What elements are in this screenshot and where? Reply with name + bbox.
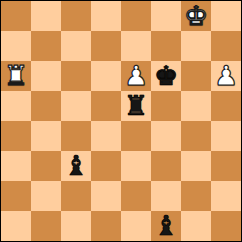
white-king-piece[interactable]: ♚	[184, 1, 208, 31]
square-d1[interactable]	[91, 211, 121, 241]
black-king-piece[interactable]: ♚	[154, 61, 178, 91]
square-h2[interactable]	[211, 181, 241, 211]
square-a7[interactable]	[1, 31, 31, 61]
square-h8[interactable]	[211, 1, 241, 31]
square-b1[interactable]	[31, 211, 61, 241]
chess-board: ♚♜♟♚♟♜♝♝	[0, 0, 242, 242]
square-b2[interactable]	[31, 181, 61, 211]
square-a3[interactable]	[1, 151, 31, 181]
square-c2[interactable]	[61, 181, 91, 211]
square-c6[interactable]	[61, 61, 91, 91]
square-h3[interactable]	[211, 151, 241, 181]
square-b8[interactable]	[31, 1, 61, 31]
square-c7[interactable]	[61, 31, 91, 61]
white-pawn-piece[interactable]: ♟	[214, 61, 238, 91]
square-b6[interactable]	[31, 61, 61, 91]
square-e7[interactable]	[121, 31, 151, 61]
square-d3[interactable]	[91, 151, 121, 181]
square-b5[interactable]	[31, 91, 61, 121]
square-f7[interactable]	[151, 31, 181, 61]
square-a6[interactable]: ♜	[1, 61, 31, 91]
square-b3[interactable]	[31, 151, 61, 181]
square-b7[interactable]	[31, 31, 61, 61]
square-c4[interactable]	[61, 121, 91, 151]
black-bishop-piece[interactable]: ♝	[154, 211, 178, 241]
square-e5[interactable]: ♜	[121, 91, 151, 121]
square-a2[interactable]	[1, 181, 31, 211]
square-f5[interactable]	[151, 91, 181, 121]
square-f8[interactable]	[151, 1, 181, 31]
square-f6[interactable]: ♚	[151, 61, 181, 91]
square-h6[interactable]: ♟	[211, 61, 241, 91]
square-e2[interactable]	[121, 181, 151, 211]
square-e8[interactable]	[121, 1, 151, 31]
square-a1[interactable]	[1, 211, 31, 241]
square-g1[interactable]	[181, 211, 211, 241]
square-a5[interactable]	[1, 91, 31, 121]
square-g4[interactable]	[181, 121, 211, 151]
white-rook-piece[interactable]: ♜	[4, 61, 28, 91]
square-h5[interactable]	[211, 91, 241, 121]
square-d5[interactable]	[91, 91, 121, 121]
square-h7[interactable]	[211, 31, 241, 61]
square-g8[interactable]: ♚	[181, 1, 211, 31]
square-f1[interactable]: ♝	[151, 211, 181, 241]
square-e3[interactable]	[121, 151, 151, 181]
square-c1[interactable]	[61, 211, 91, 241]
square-e6[interactable]: ♟	[121, 61, 151, 91]
square-b4[interactable]	[31, 121, 61, 151]
square-d8[interactable]	[91, 1, 121, 31]
square-c3[interactable]: ♝	[61, 151, 91, 181]
square-g3[interactable]	[181, 151, 211, 181]
square-g5[interactable]	[181, 91, 211, 121]
white-pawn-piece[interactable]: ♟	[124, 61, 148, 91]
square-h4[interactable]	[211, 121, 241, 151]
square-c8[interactable]	[61, 1, 91, 31]
square-h1[interactable]	[211, 211, 241, 241]
black-bishop-piece[interactable]: ♝	[64, 151, 88, 181]
square-d6[interactable]	[91, 61, 121, 91]
square-f4[interactable]	[151, 121, 181, 151]
square-e1[interactable]	[121, 211, 151, 241]
square-e4[interactable]	[121, 121, 151, 151]
square-a4[interactable]	[1, 121, 31, 151]
square-a8[interactable]	[1, 1, 31, 31]
square-g2[interactable]	[181, 181, 211, 211]
square-g6[interactable]	[181, 61, 211, 91]
square-d2[interactable]	[91, 181, 121, 211]
square-c5[interactable]	[61, 91, 91, 121]
black-rook-piece[interactable]: ♜	[124, 91, 148, 121]
square-f2[interactable]	[151, 181, 181, 211]
square-d7[interactable]	[91, 31, 121, 61]
square-g7[interactable]	[181, 31, 211, 61]
square-d4[interactable]	[91, 121, 121, 151]
square-f3[interactable]	[151, 151, 181, 181]
